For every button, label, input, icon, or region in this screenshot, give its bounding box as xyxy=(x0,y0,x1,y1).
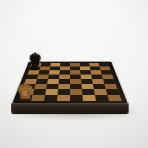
product-photo-backdrop: ♜♞♝♛♚♝♞♜♟♟♟♟♟♟♟♟♟♟♟♟♟♟♟♟♜♞♝♛♚♝♞♜ xyxy=(0,0,148,148)
piece-black-pawn-a7: ♟ xyxy=(29,66,40,70)
pieces-layer: ♜♞♝♛♚♝♞♜♟♟♟♟♟♟♟♟♟♟♟♟♟♟♟♟♜♞♝♛♚♝♞♜ xyxy=(18,63,122,101)
chess-board: ♜♞♝♛♚♝♞♜♟♟♟♟♟♟♟♟♟♟♟♟♟♟♟♟♜♞♝♛♚♝♞♜ xyxy=(12,62,127,104)
piece-white-rook-a1: ♜ xyxy=(18,95,33,101)
board-front-edge xyxy=(11,103,129,114)
black-pawn-icon: ♟ xyxy=(30,61,38,70)
white-rook-icon: ♜ xyxy=(18,87,31,101)
